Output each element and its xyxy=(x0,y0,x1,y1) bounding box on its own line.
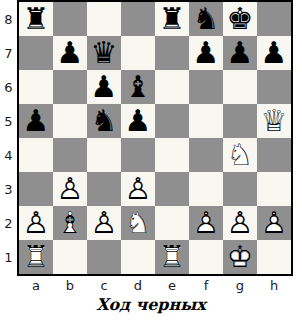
black-rook-e8[interactable]: ♜ xyxy=(155,2,189,36)
square-f3[interactable] xyxy=(189,172,223,206)
white-pawn-f2[interactable]: ♟♙ xyxy=(189,206,223,240)
white-pawn-c2[interactable]: ♟♙ xyxy=(87,206,121,240)
square-d3[interactable]: ♟♙ xyxy=(121,172,155,206)
square-a1[interactable]: ♜♖ xyxy=(19,240,53,274)
file-label-b: b xyxy=(53,276,87,294)
black-pawn-f7[interactable]: ♟ xyxy=(189,36,223,70)
square-e3[interactable] xyxy=(155,172,189,206)
square-d4[interactable] xyxy=(121,138,155,172)
file-label-c: c xyxy=(87,276,121,294)
rank-label-3: 3 xyxy=(0,172,17,206)
piece-glyph: ♙ xyxy=(257,206,291,240)
square-e2[interactable] xyxy=(155,206,189,240)
piece-glyph: ♗ xyxy=(53,206,87,240)
piece-glyph: ♙ xyxy=(53,172,87,206)
square-a5[interactable]: ♟ xyxy=(19,104,53,138)
white-rook-a1[interactable]: ♜♖ xyxy=(19,240,53,274)
square-b1[interactable] xyxy=(53,240,87,274)
file-labels: abcdefgh xyxy=(19,276,302,294)
square-c4[interactable] xyxy=(87,138,121,172)
piece-glyph: ♙ xyxy=(19,206,53,240)
black-king-g8[interactable]: ♚ xyxy=(223,2,257,36)
white-knight-g4[interactable]: ♞♘ xyxy=(223,138,257,172)
chess-diagram: 87654321 ♜♜♞♚♟♛♟♟♟♟♝♟♞♟♛♕♞♘♟♙♟♙♟♙♝♗♟♙♞♘♟… xyxy=(0,0,302,320)
piece-glyph: ♖ xyxy=(19,240,53,274)
piece-glyph: ♟ xyxy=(19,104,53,138)
piece-glyph: ♜ xyxy=(155,2,189,36)
black-pawn-b7[interactable]: ♟ xyxy=(53,36,87,70)
square-c7[interactable]: ♛ xyxy=(87,36,121,70)
white-king-g1[interactable]: ♚♔ xyxy=(223,240,257,274)
square-a8[interactable]: ♜ xyxy=(19,2,53,36)
move-indicator-caption: Ход черных xyxy=(0,295,302,314)
square-g1[interactable]: ♚♔ xyxy=(223,240,257,274)
file-label-f: f xyxy=(189,276,223,294)
square-c3[interactable] xyxy=(87,172,121,206)
piece-glyph: ♙ xyxy=(87,206,121,240)
piece-glyph: ♟ xyxy=(189,36,223,70)
square-f5[interactable] xyxy=(189,104,223,138)
square-c8[interactable] xyxy=(87,2,121,36)
white-pawn-d3[interactable]: ♟♙ xyxy=(121,172,155,206)
white-queen-h5[interactable]: ♛♕ xyxy=(257,104,291,138)
white-knight-d2[interactable]: ♞♘ xyxy=(121,206,155,240)
rank-label-4: 4 xyxy=(0,138,17,172)
square-b4[interactable] xyxy=(53,138,87,172)
piece-glyph: ♟ xyxy=(121,104,155,138)
square-f2[interactable]: ♟♙ xyxy=(189,206,223,240)
square-f6[interactable] xyxy=(189,70,223,104)
file-label-d: d xyxy=(121,276,155,294)
piece-glyph: ♟ xyxy=(223,36,257,70)
piece-glyph: ♟ xyxy=(53,36,87,70)
piece-glyph: ♟ xyxy=(257,36,291,70)
square-a7[interactable] xyxy=(19,36,53,70)
rank-label-1: 1 xyxy=(0,240,17,274)
piece-glyph: ♙ xyxy=(223,206,257,240)
square-d2[interactable]: ♞♘ xyxy=(121,206,155,240)
square-c1[interactable] xyxy=(87,240,121,274)
square-h3[interactable] xyxy=(257,172,291,206)
rank-label-7: 7 xyxy=(0,36,17,70)
square-f8[interactable]: ♞ xyxy=(189,2,223,36)
rank-labels: 87654321 xyxy=(0,0,17,274)
square-e7[interactable] xyxy=(155,36,189,70)
square-b7[interactable]: ♟ xyxy=(53,36,87,70)
square-g2[interactable]: ♟♙ xyxy=(223,206,257,240)
square-h2[interactable]: ♟♙ xyxy=(257,206,291,240)
square-f4[interactable] xyxy=(189,138,223,172)
square-h5[interactable]: ♛♕ xyxy=(257,104,291,138)
square-g8[interactable]: ♚ xyxy=(223,2,257,36)
piece-glyph: ♕ xyxy=(257,104,291,138)
square-b5[interactable] xyxy=(53,104,87,138)
square-g7[interactable]: ♟ xyxy=(223,36,257,70)
square-d7[interactable] xyxy=(121,36,155,70)
square-a6[interactable] xyxy=(19,70,53,104)
square-h8[interactable] xyxy=(257,2,291,36)
black-pawn-h7[interactable]: ♟ xyxy=(257,36,291,70)
black-pawn-d5[interactable]: ♟ xyxy=(121,104,155,138)
piece-glyph: ♖ xyxy=(155,240,189,274)
white-bishop-b2[interactable]: ♝♗ xyxy=(53,206,87,240)
square-a4[interactable] xyxy=(19,138,53,172)
square-c5[interactable]: ♞ xyxy=(87,104,121,138)
white-pawn-g2[interactable]: ♟♙ xyxy=(223,206,257,240)
black-pawn-g7[interactable]: ♟ xyxy=(223,36,257,70)
square-e4[interactable] xyxy=(155,138,189,172)
square-e5[interactable] xyxy=(155,104,189,138)
white-pawn-h2[interactable]: ♟♙ xyxy=(257,206,291,240)
piece-glyph: ♝ xyxy=(121,70,155,104)
square-h4[interactable] xyxy=(257,138,291,172)
piece-glyph: ♛ xyxy=(87,36,121,70)
rank-label-6: 6 xyxy=(0,70,17,104)
square-e1[interactable]: ♜♖ xyxy=(155,240,189,274)
black-rook-a8[interactable]: ♜ xyxy=(19,2,53,36)
rank-label-2: 2 xyxy=(0,206,17,240)
piece-glyph: ♜ xyxy=(19,2,53,36)
square-c2[interactable]: ♟♙ xyxy=(87,206,121,240)
rank-label-8: 8 xyxy=(0,2,17,36)
white-rook-e1[interactable]: ♜♖ xyxy=(155,240,189,274)
piece-glyph: ♙ xyxy=(121,172,155,206)
black-pawn-c6[interactable]: ♟ xyxy=(87,70,121,104)
rank-label-5: 5 xyxy=(0,104,17,138)
square-a2[interactable]: ♟♙ xyxy=(19,206,53,240)
square-h1[interactable] xyxy=(257,240,291,274)
square-f7[interactable]: ♟ xyxy=(189,36,223,70)
black-pawn-a5[interactable]: ♟ xyxy=(19,104,53,138)
file-label-a: a xyxy=(19,276,53,294)
piece-glyph: ♘ xyxy=(121,206,155,240)
square-e8[interactable]: ♜ xyxy=(155,2,189,36)
square-g4[interactable]: ♞♘ xyxy=(223,138,257,172)
square-d6[interactable]: ♝ xyxy=(121,70,155,104)
square-d1[interactable] xyxy=(121,240,155,274)
square-b3[interactable]: ♟♙ xyxy=(53,172,87,206)
piece-glyph: ♟ xyxy=(87,70,121,104)
square-b2[interactable]: ♝♗ xyxy=(53,206,87,240)
white-pawn-b3[interactable]: ♟♙ xyxy=(53,172,87,206)
file-label-h: h xyxy=(257,276,291,294)
square-h6[interactable] xyxy=(257,70,291,104)
square-b6[interactable] xyxy=(53,70,87,104)
square-g3[interactable] xyxy=(223,172,257,206)
black-knight-f8[interactable]: ♞ xyxy=(189,2,223,36)
square-h7[interactable]: ♟ xyxy=(257,36,291,70)
file-label-g: g xyxy=(223,276,257,294)
square-f1[interactable] xyxy=(189,240,223,274)
square-g6[interactable] xyxy=(223,70,257,104)
black-bishop-d6[interactable]: ♝ xyxy=(121,70,155,104)
file-label-e: e xyxy=(155,276,189,294)
board: ♜♜♞♚♟♛♟♟♟♟♝♟♞♟♛♕♞♘♟♙♟♙♟♙♝♗♟♙♞♘♟♙♟♙♟♙♜♖♜♖… xyxy=(17,0,293,276)
black-knight-c5[interactable]: ♞ xyxy=(87,104,121,138)
square-e6[interactable] xyxy=(155,70,189,104)
piece-glyph: ♔ xyxy=(223,240,257,274)
square-c6[interactable]: ♟ xyxy=(87,70,121,104)
square-d5[interactable]: ♟ xyxy=(121,104,155,138)
piece-glyph: ♞ xyxy=(189,2,223,36)
piece-glyph: ♚ xyxy=(223,2,257,36)
piece-glyph: ♞ xyxy=(87,104,121,138)
piece-glyph: ♙ xyxy=(189,206,223,240)
black-queen-c7[interactable]: ♛ xyxy=(87,36,121,70)
square-a3[interactable] xyxy=(19,172,53,206)
square-d8[interactable] xyxy=(121,2,155,36)
white-pawn-a2[interactable]: ♟♙ xyxy=(19,206,53,240)
square-g5[interactable] xyxy=(223,104,257,138)
piece-glyph: ♘ xyxy=(223,138,257,172)
board-area: 87654321 ♜♜♞♚♟♛♟♟♟♟♝♟♞♟♛♕♞♘♟♙♟♙♟♙♝♗♟♙♞♘♟… xyxy=(0,0,302,276)
square-b8[interactable] xyxy=(53,2,87,36)
